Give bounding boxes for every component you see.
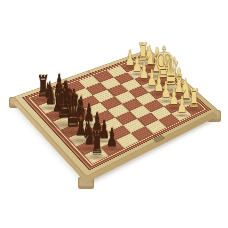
stage: ♜♟♟♜♞♟♟♞♝♟♟♝♚♟♟♚♛♟♟♛♝♟♟♝♞♟♟♞♜♟♟♜: [0, 0, 228, 228]
chess-piece-glyph: ♟: [177, 93, 187, 116]
piece-white-pawn: ♟: [173, 96, 191, 116]
chess-piece-glyph: ♜: [90, 127, 104, 157]
piece-black-rook: ♜: [84, 130, 108, 157]
pieces-layer: ♜♟♟♜♞♟♟♞♝♟♟♝♚♟♟♚♛♟♟♛♝♟♟♝♞♟♟♞♜♟♟♜: [0, 0, 228, 228]
